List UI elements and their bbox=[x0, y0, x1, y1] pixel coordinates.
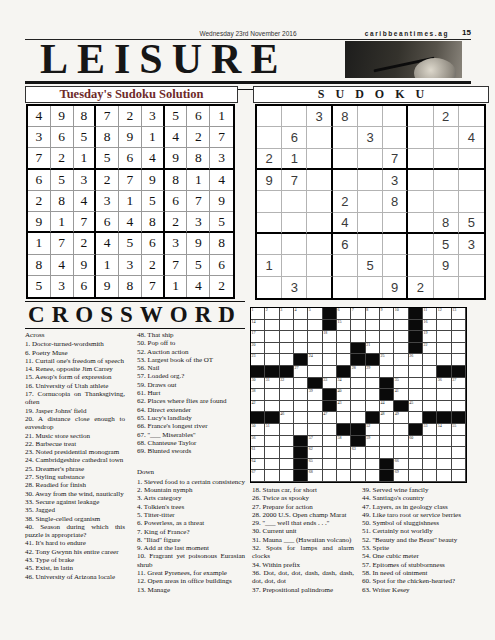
crossword-black-cell bbox=[351, 424, 365, 436]
sudoku-cell bbox=[408, 255, 433, 276]
crossword-cell-number: 1 bbox=[252, 308, 254, 312]
crossword-cell-number: 7 bbox=[352, 308, 354, 312]
sudoku-cell bbox=[257, 191, 282, 212]
clue: 14. Renee, opposite Jim Carrey bbox=[25, 365, 125, 373]
crossword-cell bbox=[265, 470, 279, 482]
crossword-cell: 52 bbox=[366, 424, 380, 436]
crossword-cell: 53 bbox=[423, 424, 437, 436]
clue: 25. Dreamer's phrase bbox=[25, 465, 125, 473]
sudoku-cell: 6 bbox=[96, 212, 119, 233]
sudoku-cell bbox=[358, 191, 383, 212]
sudoku-cell: 3 bbox=[74, 170, 97, 191]
sudoku-cell: 7 bbox=[210, 127, 233, 148]
sudoku-cell: 3 bbox=[96, 191, 119, 212]
masthead-title: LEISURE bbox=[40, 39, 287, 79]
clue: 15. Aesop's form of expression bbox=[25, 373, 125, 381]
crossword-cell: 46 bbox=[280, 412, 294, 424]
crossword-cell-number: 48 bbox=[380, 412, 384, 416]
clue: 8. ''Iliad'' figure bbox=[137, 536, 245, 544]
sudoku-cell: 1 bbox=[96, 255, 119, 276]
sudoku-cell: 5 bbox=[434, 234, 459, 255]
clue: 38. Single-celled organism bbox=[25, 515, 125, 523]
crossword-cell bbox=[337, 412, 351, 424]
crossword-cell-number: 40 bbox=[337, 389, 341, 393]
sudoku-cell: 2 bbox=[28, 191, 51, 212]
crossword-black-cell bbox=[265, 366, 279, 378]
crossword-cell: 32 bbox=[280, 378, 294, 390]
crossword-cell-number: 10 bbox=[395, 308, 399, 312]
clue: 11. Curtail one's freedom of speech bbox=[25, 357, 125, 365]
crossword-cell-number: 2 bbox=[266, 308, 268, 312]
crossword-black-cell bbox=[380, 470, 394, 482]
crossword-cell bbox=[323, 459, 337, 471]
crossword-cell: 69 bbox=[394, 470, 408, 482]
sudoku-cell: 4 bbox=[165, 127, 188, 148]
crossword-cell bbox=[294, 401, 308, 413]
crossword-cell-number: 55 bbox=[452, 424, 456, 428]
crossword-cell bbox=[323, 343, 337, 355]
crossword-cell bbox=[294, 343, 308, 355]
sudoku-cell: 1 bbox=[165, 276, 188, 297]
sudoku-cell bbox=[333, 277, 358, 298]
crossword-cell bbox=[308, 401, 322, 413]
crossword-cell: 43 bbox=[337, 401, 351, 413]
crossword-cell bbox=[437, 343, 451, 355]
clue: 18. Status car, for short bbox=[252, 486, 354, 494]
crossword-cell-number: 65 bbox=[309, 459, 313, 463]
down-clues-list-cont: 18. Status car, for short26. Twice as sp… bbox=[252, 486, 354, 594]
crossword-cell-number: 52 bbox=[366, 424, 370, 428]
crossword-cell-number: 26 bbox=[409, 354, 413, 358]
crossword-cell bbox=[294, 389, 308, 401]
sudoku-cell bbox=[282, 255, 307, 276]
crossword-cell-number: 51 bbox=[266, 424, 270, 428]
sudoku-cell bbox=[257, 106, 282, 127]
clue: 52. Auction action bbox=[137, 348, 245, 356]
crossword-black-cell bbox=[409, 320, 423, 332]
crossword-cell: 68 bbox=[308, 470, 322, 482]
sudoku-cell: 5 bbox=[119, 233, 142, 254]
sudoku-cell bbox=[257, 234, 282, 255]
site-name: caribbeantimes.ag bbox=[365, 30, 449, 37]
sudoku-cell: 5 bbox=[74, 127, 97, 148]
across-clues-list-cont: 48. That ship50. Pop off to52. Auction a… bbox=[137, 331, 245, 455]
crossword-cell-number: 9 bbox=[380, 308, 382, 312]
crossword-cell: 41 bbox=[394, 389, 408, 401]
clue: 59. Draws out bbox=[137, 381, 245, 389]
crossword-cell: 42 bbox=[251, 401, 265, 413]
crossword-cell bbox=[351, 470, 365, 482]
crossword-cell: 45 bbox=[409, 401, 423, 413]
sudoku-cell bbox=[434, 127, 459, 148]
crossword-cell-number: 27 bbox=[294, 366, 298, 370]
crossword-cell bbox=[265, 320, 279, 332]
crossword-cell: 27 bbox=[294, 366, 308, 378]
sudoku-cell bbox=[383, 213, 408, 234]
sudoku-cell: 8 bbox=[434, 213, 459, 234]
clues-column-2: 48. That ship50. Pop off to52. Auction a… bbox=[137, 331, 245, 594]
sudoku-cell: 9 bbox=[96, 276, 119, 297]
clue: 67. ''___ Miserables'' bbox=[137, 431, 245, 439]
clue: 17. Cornucopia on Thanksgiving, often bbox=[25, 390, 125, 407]
crossword-cell: 3 bbox=[280, 308, 294, 320]
clue: 30. Current unit bbox=[252, 527, 354, 535]
crossword-cell bbox=[423, 378, 437, 390]
sudoku-cell: 8 bbox=[51, 191, 74, 212]
sudoku-cell: 1 bbox=[257, 255, 282, 276]
clue: 1. Sieved food to a certain consistency bbox=[137, 478, 245, 486]
sudoku-cell bbox=[333, 255, 358, 276]
crossword-cell-number: 11 bbox=[423, 308, 427, 312]
sudoku-cell: 9 bbox=[434, 255, 459, 276]
crossword-cell bbox=[452, 401, 466, 413]
sudoku-cell bbox=[358, 170, 383, 191]
crossword-cell bbox=[452, 470, 466, 482]
crossword-black-cell bbox=[409, 308, 423, 320]
sudoku-cell: 7 bbox=[282, 170, 307, 191]
crossword-cell bbox=[437, 436, 451, 448]
crossword-cell-number: 67 bbox=[252, 470, 256, 474]
crossword-cell-number: 47 bbox=[323, 412, 327, 416]
clue: 35. Jagged bbox=[25, 506, 125, 514]
sudoku-cell: 7 bbox=[142, 276, 165, 297]
crossword-cell-number: 50 bbox=[252, 424, 256, 428]
clue: 36. Dot, dot, dot, dash, dash, dash, dot… bbox=[252, 569, 354, 586]
crossword-cell bbox=[423, 436, 437, 448]
crossword-black-cell bbox=[294, 447, 308, 459]
crossword-cell-number: 57 bbox=[309, 436, 313, 440]
crossword-cell bbox=[308, 366, 322, 378]
sudoku-cell bbox=[459, 255, 484, 276]
crossword-cell: 4 bbox=[294, 308, 308, 320]
crossword-cell: 58 bbox=[337, 436, 351, 448]
sudoku-cell: 2 bbox=[142, 255, 165, 276]
clue: 34. Within prefix bbox=[252, 561, 354, 569]
sudoku-cell: 7 bbox=[96, 106, 119, 127]
crossword-cell bbox=[337, 459, 351, 471]
sudoku-cell: 1 bbox=[28, 233, 51, 254]
crossword-cell bbox=[366, 470, 380, 482]
crossword-cell bbox=[265, 447, 279, 459]
sudoku-cell: 9 bbox=[28, 212, 51, 233]
sudoku-cell bbox=[434, 191, 459, 212]
crossword-cell bbox=[409, 378, 423, 390]
crossword-cell bbox=[423, 459, 437, 471]
crossword-cell bbox=[452, 331, 466, 343]
crossword-cell: 23 bbox=[251, 354, 265, 366]
clue: 40. Season during which this puzzle is a… bbox=[25, 523, 125, 540]
clue: 16. University of Utah athlete bbox=[25, 382, 125, 390]
clue: 53. Sprite bbox=[362, 544, 468, 552]
sudoku-cell bbox=[408, 170, 433, 191]
crossword-cell bbox=[394, 424, 408, 436]
sudoku-cell: 9 bbox=[210, 191, 233, 212]
sudoku-cell bbox=[307, 170, 332, 191]
sudoku-cell: 4 bbox=[459, 127, 484, 148]
crossword-black-cell bbox=[323, 389, 337, 401]
crossword-cell bbox=[394, 366, 408, 378]
sudoku-cell: 8 bbox=[96, 127, 119, 148]
sudoku-cell bbox=[383, 106, 408, 127]
crossword-cell-number: 63 bbox=[352, 447, 356, 451]
crossword-cell bbox=[380, 436, 394, 448]
sudoku-cell: 7 bbox=[51, 233, 74, 254]
across-clues-column-1: Across 1. Doctor-turned-wordsmith6. Poet… bbox=[25, 331, 125, 581]
clue: 28. Readied for finish bbox=[25, 481, 125, 489]
crossword-cell-number: 22 bbox=[423, 343, 427, 347]
down-clues-column-4: 39. Served wine fancily44. Santiago's co… bbox=[362, 486, 468, 594]
crossword-cell-number: 34 bbox=[337, 378, 341, 382]
crossword-black-cell bbox=[380, 459, 394, 471]
crossword-cell bbox=[265, 436, 279, 448]
sudoku-cell bbox=[307, 149, 332, 170]
crossword-cell-number: 15 bbox=[337, 320, 341, 324]
sudoku-cell: 9 bbox=[383, 277, 408, 298]
clue: 50. Pop off to bbox=[137, 339, 245, 347]
clue: 61. Hurt bbox=[137, 389, 245, 397]
sudoku-cell bbox=[459, 106, 484, 127]
crossword-cell-number: 62 bbox=[309, 447, 313, 451]
sudoku-cell: 9 bbox=[165, 148, 188, 169]
crossword-cell-number: 23 bbox=[252, 354, 256, 358]
crossword-cell bbox=[308, 320, 322, 332]
crossword-cell bbox=[423, 401, 437, 413]
crossword-cell bbox=[265, 331, 279, 343]
crossword-cell-number: 33 bbox=[323, 378, 327, 382]
crossword-black-cell bbox=[351, 343, 365, 355]
sudoku-cell bbox=[408, 213, 433, 234]
crossword-black-cell bbox=[380, 378, 394, 390]
sudoku-cell: 9 bbox=[142, 170, 165, 191]
sudoku-cell bbox=[257, 213, 282, 234]
crossword-cell-number: 64 bbox=[252, 459, 256, 463]
crossword-cell bbox=[437, 459, 451, 471]
sudoku-cell bbox=[408, 106, 433, 127]
clue: 68. Chanteuse Taylor bbox=[137, 439, 245, 447]
sudoku-cell: 7 bbox=[383, 149, 408, 170]
sudoku-cell bbox=[408, 149, 433, 170]
crossword-cell bbox=[423, 366, 437, 378]
clue: 11. Great Pyrenees, for example bbox=[137, 569, 245, 577]
crossword-cell bbox=[280, 331, 294, 343]
crossword-cell: 33 bbox=[323, 378, 337, 390]
page-number: 15 bbox=[462, 28, 471, 37]
sudoku-cell: 7 bbox=[119, 170, 142, 191]
crossword-cell-number: 41 bbox=[395, 389, 399, 393]
sudoku-cell: 5 bbox=[165, 106, 188, 127]
sudoku-cell bbox=[358, 234, 383, 255]
clue: 29. ''___ well that ends . . .'' bbox=[252, 519, 354, 527]
sudoku-cell: 8 bbox=[119, 276, 142, 297]
sudoku-cell: 6 bbox=[187, 106, 210, 127]
sudoku-cell: 1 bbox=[282, 149, 307, 170]
sudoku-cell: 7 bbox=[187, 191, 210, 212]
crossword-cell bbox=[323, 366, 337, 378]
crossword-cell-number: 14 bbox=[252, 320, 256, 324]
sudoku-cell bbox=[307, 277, 332, 298]
clue: 24. Cambridgeshire cathedral town bbox=[25, 456, 125, 464]
clue: 57. Epitomes of stubbornness bbox=[362, 561, 468, 569]
clue: 50. Symbol of sluggishness bbox=[362, 519, 468, 527]
sudoku-cell: 3 bbox=[187, 212, 210, 233]
sudoku-cell: 6 bbox=[165, 191, 188, 212]
clue: 21. Music store section bbox=[25, 432, 125, 440]
crossword-cell: 6 bbox=[337, 308, 351, 320]
clue: 9. Add at the last moment bbox=[137, 544, 245, 552]
crossword-cell bbox=[437, 447, 451, 459]
crossword-cell-number: 56 bbox=[252, 436, 256, 440]
clue: 53. Largest book of the OT bbox=[137, 356, 245, 364]
crossword-cell: 37 bbox=[452, 378, 466, 390]
crossword-cell bbox=[437, 401, 451, 413]
sudoku-cell: 4 bbox=[119, 212, 142, 233]
crossword-cell: 24 bbox=[308, 354, 322, 366]
crossword-cell-number: 39 bbox=[309, 389, 313, 393]
clue: 5. Titter-titter bbox=[137, 511, 245, 519]
sudoku-cell bbox=[408, 127, 433, 148]
crossword-cell: 2 bbox=[265, 308, 279, 320]
clue: 51. Certainly not worldly bbox=[362, 527, 468, 535]
crossword-cell: 54 bbox=[437, 424, 451, 436]
crossword-cell bbox=[337, 343, 351, 355]
crossword-cell bbox=[308, 424, 322, 436]
sudoku-cell bbox=[434, 149, 459, 170]
sudoku-cell: 8 bbox=[333, 106, 358, 127]
sudoku-cell bbox=[333, 170, 358, 191]
clue: 2. Mountain nymph bbox=[137, 486, 245, 494]
clue: 60. Spot for the chicken-hearted? bbox=[362, 577, 468, 585]
sudoku-cell: 2 bbox=[333, 191, 358, 212]
clue: 30. Away from the wind, nautically bbox=[25, 490, 125, 498]
sudoku-cell bbox=[307, 213, 332, 234]
crossword-cell-number: 3 bbox=[280, 308, 282, 312]
crossword-cell-number: 36 bbox=[438, 378, 442, 382]
crossword-cell bbox=[394, 343, 408, 355]
crossword-cell-number: 66 bbox=[395, 459, 399, 463]
crossword-cell-number: 45 bbox=[409, 401, 413, 405]
sudoku-cell: 8 bbox=[74, 106, 97, 127]
sudoku-cell: 3 bbox=[282, 277, 307, 298]
crossword-cell bbox=[380, 366, 394, 378]
crossword-black-cell bbox=[294, 470, 308, 482]
sudoku-cell: 3 bbox=[51, 276, 74, 297]
clue: 28. 2000 U.S. Open champ Marat bbox=[252, 511, 354, 519]
crossword-cell: 12 bbox=[437, 308, 451, 320]
crossword-cell bbox=[280, 447, 294, 459]
crossword-black-cell bbox=[409, 331, 423, 343]
crossword-cell bbox=[351, 389, 365, 401]
crossword-cell bbox=[351, 412, 365, 424]
crossword-cell-number: 24 bbox=[309, 354, 313, 358]
crossword-cell bbox=[294, 320, 308, 332]
sudoku-cell: 5 bbox=[28, 276, 51, 297]
sudoku-cell: 4 bbox=[333, 213, 358, 234]
sudoku-cell: 5 bbox=[210, 212, 233, 233]
clue: 22. Barbecue treat bbox=[25, 440, 125, 448]
crossword-black-cell bbox=[409, 424, 423, 436]
crossword-cell: 51 bbox=[265, 424, 279, 436]
crossword-cell: 1 bbox=[251, 308, 265, 320]
sudoku-cell bbox=[383, 234, 408, 255]
clue: 47. Layers, as in geology class bbox=[362, 503, 468, 511]
clue: 41. It's hard to endure bbox=[25, 539, 125, 547]
down-header: Down bbox=[137, 468, 245, 476]
sudoku-cell: 5 bbox=[358, 255, 383, 276]
sudoku-cell: 1 bbox=[210, 106, 233, 127]
crossword-black-cell bbox=[294, 459, 308, 471]
crossword-cell bbox=[437, 470, 451, 482]
clue: 43. Type of brake bbox=[25, 556, 125, 564]
sudoku-cell: 8 bbox=[187, 148, 210, 169]
crossword-cell bbox=[423, 447, 437, 459]
crossword-cell: 15 bbox=[337, 320, 351, 332]
crossword-cell bbox=[337, 331, 351, 343]
crossword-cell bbox=[380, 331, 394, 343]
sudoku-cell bbox=[383, 127, 408, 148]
crossword-black-cell bbox=[323, 308, 337, 320]
clue: 1. Doctor-turned-wordsmith bbox=[25, 340, 125, 348]
crossword-cell bbox=[452, 320, 466, 332]
crossword-cell bbox=[265, 343, 279, 355]
crossword-cell-number: 25 bbox=[380, 354, 384, 358]
crossword-cell bbox=[366, 320, 380, 332]
sudoku-cell bbox=[307, 255, 332, 276]
crossword-cell bbox=[437, 331, 451, 343]
crossword-cell bbox=[265, 354, 279, 366]
sudoku-cell bbox=[408, 234, 433, 255]
crossword-cell bbox=[351, 320, 365, 332]
crossword-cell: 9 bbox=[380, 308, 394, 320]
crossword-cell bbox=[280, 389, 294, 401]
down-clues-list: 1. Sieved food to a certain consistency2… bbox=[137, 478, 245, 594]
sudoku-cell: 2 bbox=[165, 212, 188, 233]
crossword-cell-number: 29 bbox=[366, 366, 370, 370]
clue: 32. Spots for lamps and alarm clocks bbox=[252, 544, 354, 561]
sudoku-cell: 8 bbox=[28, 255, 51, 276]
crossword-cell bbox=[323, 447, 337, 459]
crossword-cell: 50 bbox=[251, 424, 265, 436]
crossword-cell: 60 bbox=[409, 436, 423, 448]
crossword-cell bbox=[366, 401, 380, 413]
sudoku-cell: 7 bbox=[28, 148, 51, 169]
crossword-cell bbox=[294, 412, 308, 424]
sudoku-cell bbox=[257, 127, 282, 148]
crossword-cell-number: 6 bbox=[337, 308, 339, 312]
sudoku-puzzle-grid: 38263421797328485653159392 bbox=[255, 104, 486, 300]
crossword-cell bbox=[280, 436, 294, 448]
sudoku-solution-title: Tuesday's Sudoku Solution bbox=[59, 87, 203, 102]
crossword-heading-text: CROSSWORD bbox=[28, 302, 242, 327]
sudoku-cell: 6 bbox=[333, 234, 358, 255]
crossword-cell bbox=[337, 354, 351, 366]
crossword-cell: 18 bbox=[323, 331, 337, 343]
sudoku-cell: 1 bbox=[74, 148, 97, 169]
crossword-black-cell bbox=[337, 424, 351, 436]
crossword-cell: 28 bbox=[351, 366, 365, 378]
crossword-black-cell bbox=[280, 366, 294, 378]
crossword-cell bbox=[423, 470, 437, 482]
crossword-cell bbox=[380, 424, 394, 436]
crossword-cell-number: 59 bbox=[366, 436, 370, 440]
clue: 27. Styling substance bbox=[25, 473, 125, 481]
sudoku-cell: 9 bbox=[119, 127, 142, 148]
crossword-cell bbox=[423, 389, 437, 401]
crossword-black-cell bbox=[294, 436, 308, 448]
sudoku-cell: 1 bbox=[119, 191, 142, 212]
clue: 49. Like taro root or service berries bbox=[362, 511, 468, 519]
crossword-cell-number: 8 bbox=[366, 308, 368, 312]
sudoku-cell bbox=[358, 277, 383, 298]
